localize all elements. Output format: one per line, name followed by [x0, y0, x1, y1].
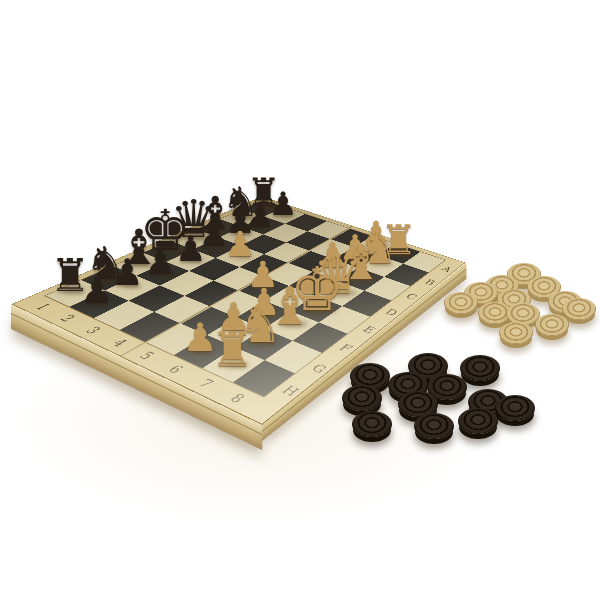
- dark-checker-piece: [342, 385, 382, 411]
- photo-stage: 12345678 HGFEDCBA ♜♞♝♛♚♝♞♜♟♟♟♟♟♟♟♟♟♟♟♟♟♟…: [0, 0, 600, 600]
- black-pawn: ♟: [175, 230, 206, 265]
- pieces-layer: ♜♞♝♛♚♝♞♜♟♟♟♟♟♟♟♟♟♟♟♟♟♟♟♟♜♞♝♛♚♝♞♜: [0, 0, 600, 600]
- dark-checker-piece: [460, 355, 500, 381]
- black-pawn: ♟: [144, 244, 176, 280]
- dark-checker-piece: [458, 408, 498, 434]
- light-checker-piece: [562, 298, 596, 320]
- dark-checker-piece: [352, 411, 392, 437]
- dark-checker-piece: [414, 413, 454, 439]
- white-rook: ♜: [211, 324, 254, 372]
- light-checker-piece: [499, 322, 533, 344]
- black-pawn: ♟: [111, 255, 144, 292]
- light-checker-piece: [444, 292, 478, 314]
- dark-checker-piece: [495, 395, 535, 421]
- light-checker-piece: [535, 314, 569, 336]
- black-pawn: ♟: [80, 271, 114, 309]
